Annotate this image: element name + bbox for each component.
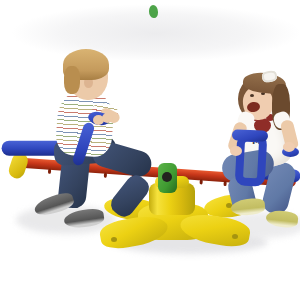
girl-handlebar-grip xyxy=(232,129,268,141)
boy-hair-back xyxy=(64,66,80,94)
beam-peg xyxy=(223,181,226,186)
base-screw-hole xyxy=(232,234,238,239)
girl-eye xyxy=(250,94,254,97)
boy-hand xyxy=(102,113,113,123)
base-screw-hole xyxy=(111,237,117,242)
beam-peg xyxy=(48,169,51,174)
photo-stage: Two toddlers playing face to face on a p… xyxy=(0,0,300,300)
pivot-bolt xyxy=(162,172,172,182)
girl-hand xyxy=(230,146,242,156)
girl-hand xyxy=(283,142,295,152)
beam-peg xyxy=(200,179,203,184)
beam-peg xyxy=(104,173,107,178)
